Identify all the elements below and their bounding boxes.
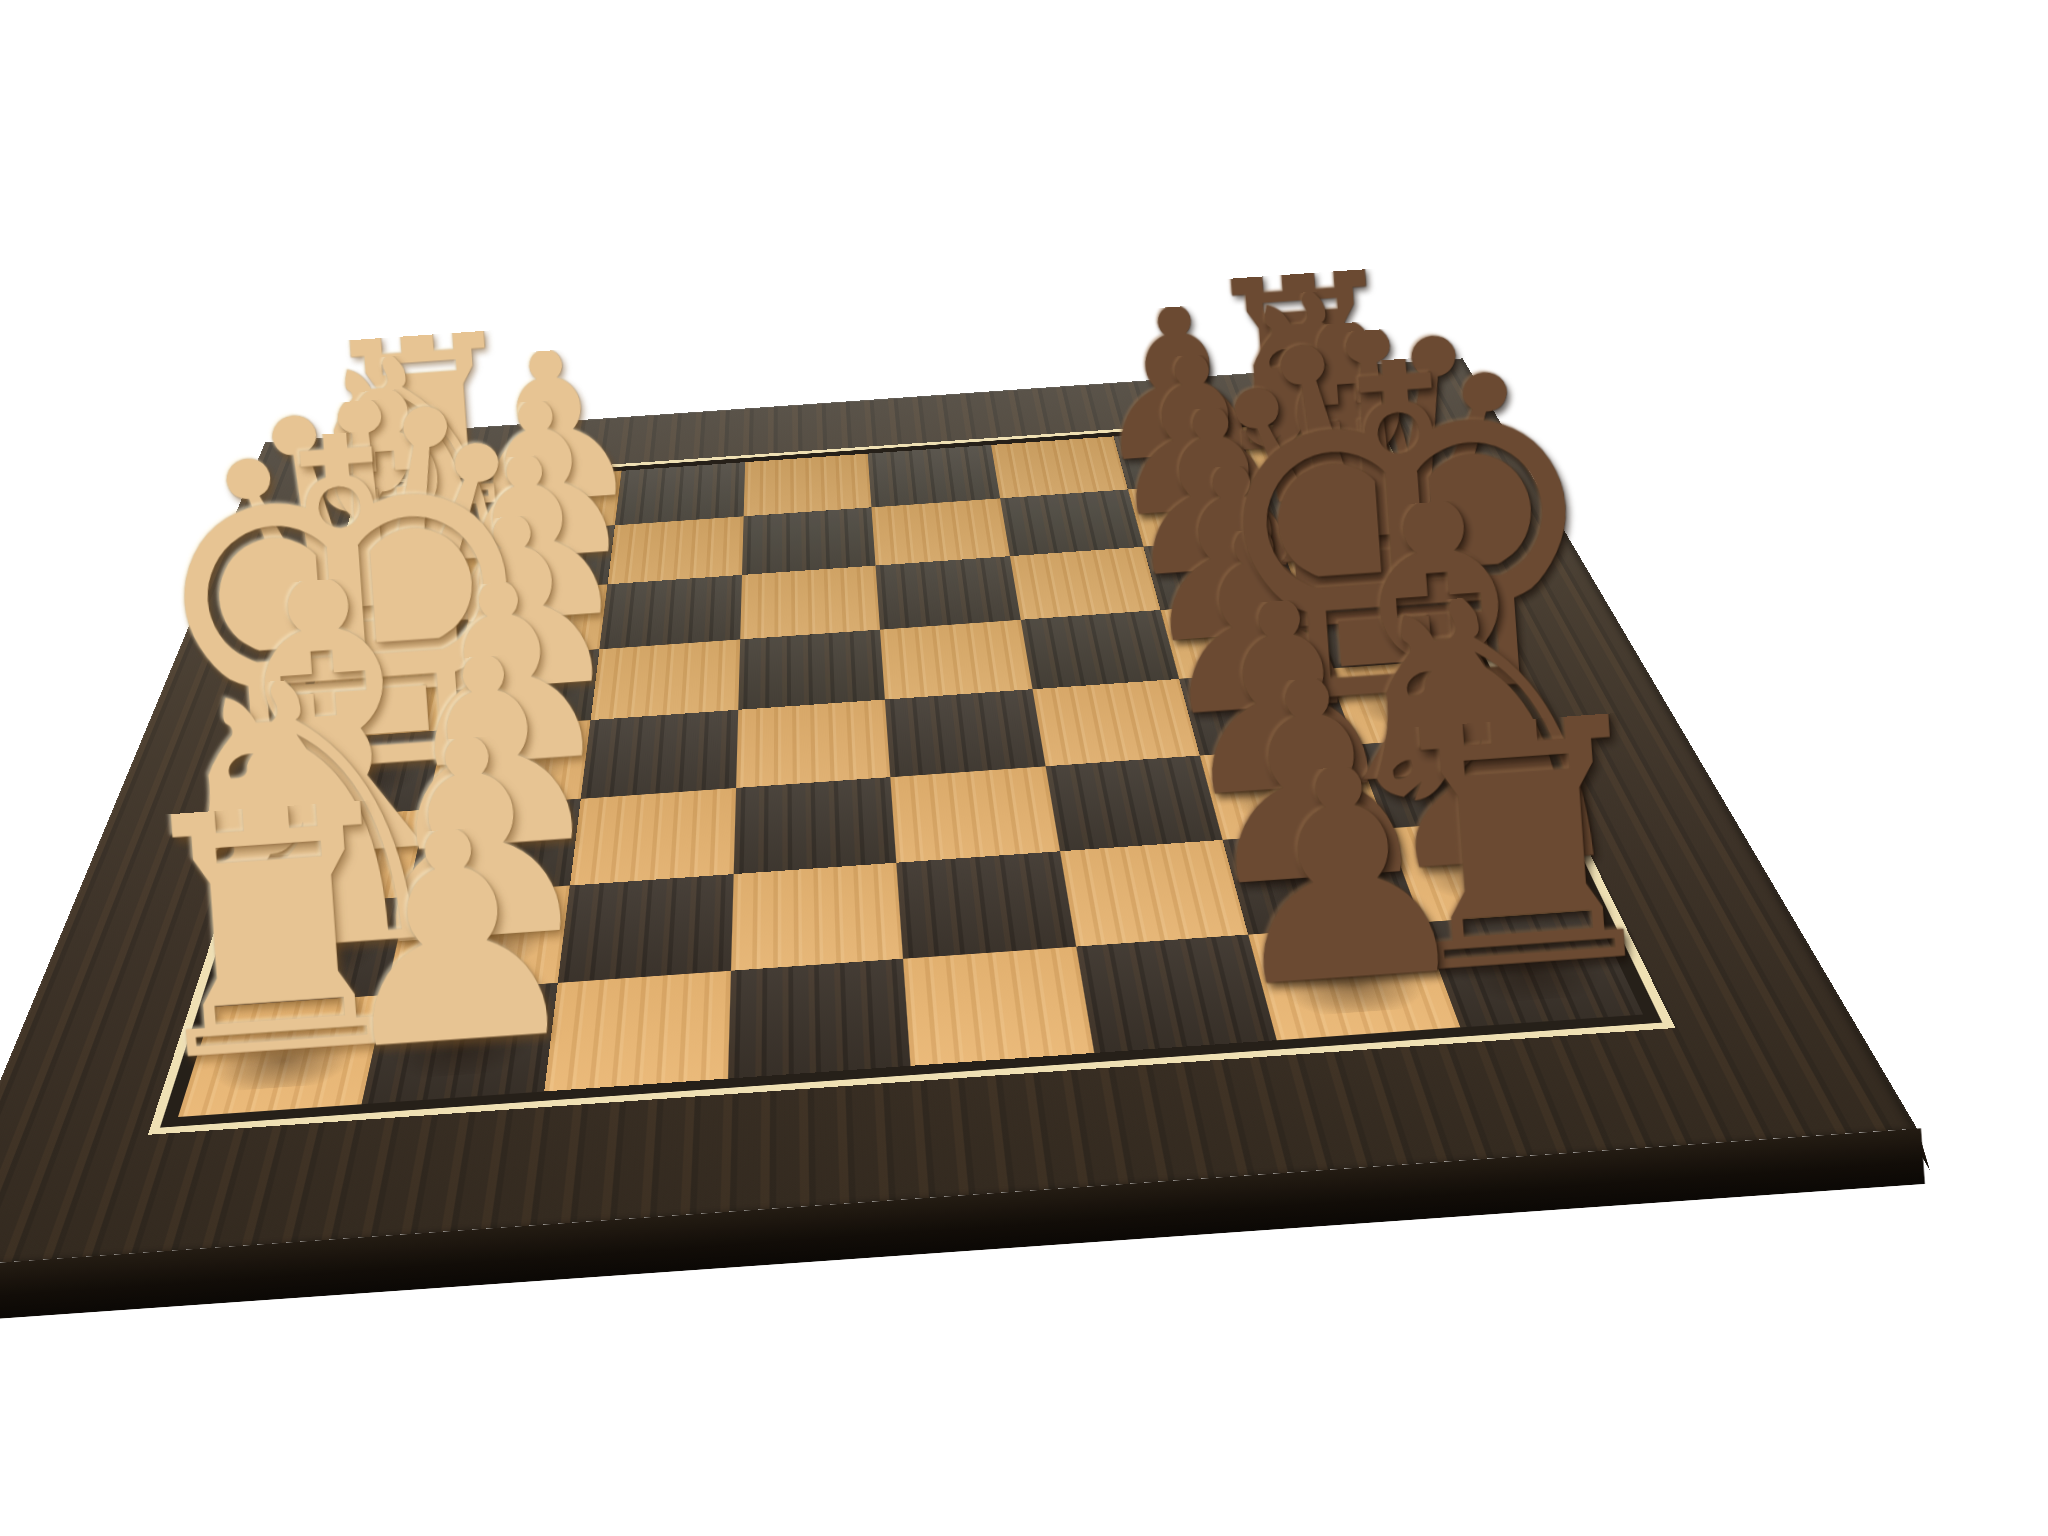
square-b5[interactable]: [871, 498, 1009, 565]
square-c5[interactable]: [876, 556, 1021, 629]
square-b4[interactable]: [742, 507, 876, 575]
photo-scene: ♜♟♟♜♞♟♟♞♝♟♟♝♛♟♟♛♚♟♟♚♝♟♟♝♞♟♟♞♜♟♟♜: [0, 0, 2048, 1536]
square-d4[interactable]: [738, 629, 885, 709]
square-e4[interactable]: [736, 700, 891, 788]
board-inlay-frame: ♜♟♟♜♞♟♟♞♝♟♟♝♛♟♟♛♚♟♟♚♝♟♟♝♞♟♟♞♜♟♟♜: [148, 411, 1675, 1134]
square-h5[interactable]: [903, 946, 1094, 1065]
square-e5[interactable]: [885, 689, 1045, 777]
square-f5[interactable]: [890, 766, 1059, 863]
black-pawn[interactable]: ♟: [1248, 761, 1441, 991]
square-h2[interactable]: ♟: [361, 983, 558, 1105]
piece-glyph: ♟: [1207, 758, 1482, 994]
board-grid: ♜♟♟♜♞♟♟♞♝♟♟♝♛♟♟♛♚♟♟♚♝♟♟♝♞♟♟♞♜♟♟♜: [178, 419, 1643, 1117]
square-g5[interactable]: [896, 851, 1075, 958]
square-h7[interactable]: ♟: [1248, 922, 1460, 1040]
camera-tilt: ♜♟♟♜♞♟♟♞♝♟♟♝♛♟♟♛♚♟♟♚♝♟♟♝♞♟♟♞♜♟♟♜: [0, 0, 2048, 1536]
chess-board: ♜♟♟♜♞♟♟♞♝♟♟♝♛♟♟♛♚♟♟♚♝♟♟♝♞♟♟♞♜♟♟♜: [0, 358, 1917, 1268]
square-g4[interactable]: [730, 863, 903, 971]
perspective-scene: ♜♟♟♜♞♟♟♞♝♟♟♝♛♟♟♛♚♟♟♚♝♟♟♝♞♟♟♞♜♟♟♜: [84, 0, 1685, 1500]
square-f4[interactable]: [733, 777, 896, 874]
square-d5[interactable]: [880, 620, 1032, 700]
board-front-edge: [0, 1128, 1925, 1324]
piece-glyph: ♟: [316, 820, 591, 1056]
square-c4[interactable]: [740, 566, 880, 640]
square-a5[interactable]: [868, 445, 1000, 507]
white-pawn[interactable]: ♟: [357, 823, 550, 1053]
square-a4[interactable]: [743, 454, 871, 517]
square-h4[interactable]: [727, 958, 910, 1078]
